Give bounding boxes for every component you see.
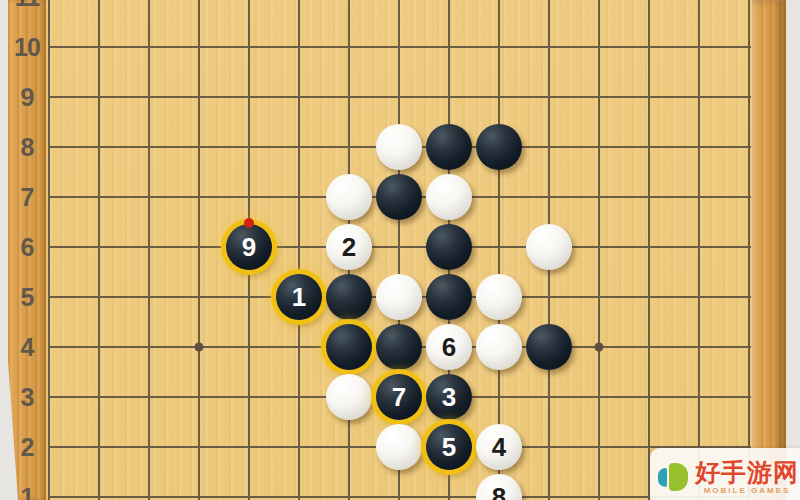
stone-black-move-1: 1 [276, 274, 322, 320]
stone-black [376, 174, 422, 220]
gomoku-app-screenshot: 1110987654321 921673548 好手游网 MOBILE GAME… [0, 0, 800, 500]
move-number: 9 [242, 234, 256, 260]
stone-black-move-5: 5 [426, 424, 472, 470]
board-frame-right [752, 0, 786, 500]
row-label-10: 10 [8, 33, 46, 62]
stone-white [326, 174, 372, 220]
row-label-4: 4 [8, 333, 46, 362]
stone-black [426, 274, 472, 320]
stone-black [326, 324, 372, 370]
stone-white [476, 324, 522, 370]
move-number: 3 [442, 384, 456, 410]
last-move-marker-dot [244, 218, 254, 228]
watermark-badge: 好手游网 MOBILE GAMES [650, 448, 800, 500]
logo-left-lobe [658, 468, 667, 487]
stone-black [326, 274, 372, 320]
stone-black [376, 324, 422, 370]
stone-white [376, 424, 422, 470]
watermark-logo-icon [658, 460, 690, 494]
row-label-3: 3 [8, 383, 46, 412]
row-label-6: 6 [8, 233, 46, 262]
stone-black-move-7: 7 [376, 374, 422, 420]
stone-black [426, 224, 472, 270]
move-number: 5 [442, 434, 456, 460]
stone-white [376, 124, 422, 170]
row-label-5: 5 [8, 283, 46, 312]
watermark-title: 好手游网 [695, 459, 799, 485]
stone-white-move-6: 6 [426, 324, 472, 370]
stone-black-move-3: 3 [426, 374, 472, 420]
row-label-11: 11 [8, 0, 46, 12]
row-label-7: 7 [8, 183, 46, 212]
logo-right-lobe [669, 463, 688, 491]
row-label-8: 8 [8, 133, 46, 162]
move-number: 7 [392, 384, 406, 410]
stone-black [426, 124, 472, 170]
stone-white-move-4: 4 [476, 424, 522, 470]
stone-white [426, 174, 472, 220]
stone-white [476, 274, 522, 320]
watermark-text: 好手游网 MOBILE GAMES [695, 459, 799, 494]
move-number: 6 [442, 334, 456, 360]
stone-black [526, 324, 572, 370]
move-number: 1 [292, 284, 306, 310]
watermark-subtitle: MOBILE GAMES [704, 486, 791, 495]
star-point [195, 343, 204, 352]
stone-white [526, 224, 572, 270]
move-number: 8 [492, 484, 506, 500]
stone-white [326, 374, 372, 420]
stone-black [476, 124, 522, 170]
star-point [595, 343, 604, 352]
move-number: 4 [492, 434, 506, 460]
move-number: 2 [342, 234, 356, 260]
stone-white-move-2: 2 [326, 224, 372, 270]
stone-black-move-9: 9 [226, 224, 272, 270]
stone-white [376, 274, 422, 320]
row-label-9: 9 [8, 83, 46, 112]
